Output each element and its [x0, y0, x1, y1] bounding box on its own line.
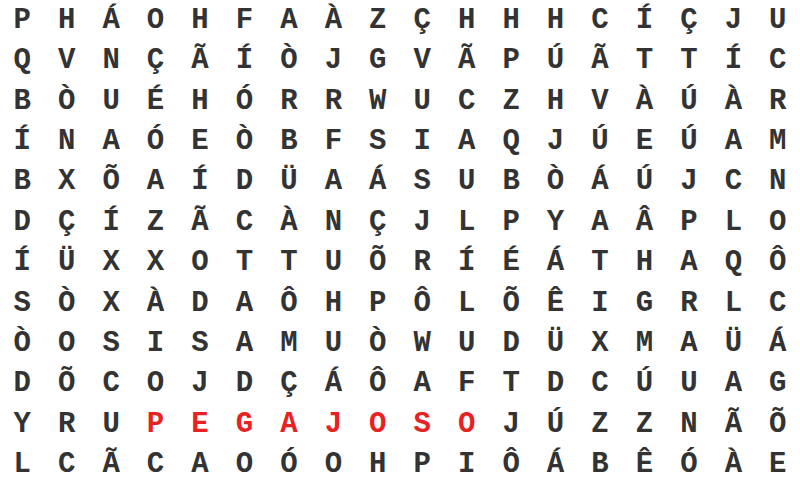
grid-cell[interactable]: Ç	[400, 0, 444, 40]
grid-cell[interactable]: Y	[533, 202, 577, 242]
grid-cell[interactable]: S	[0, 283, 44, 323]
grid-cell[interactable]: Ü	[533, 323, 577, 363]
grid-cell[interactable]: Ç	[44, 202, 88, 242]
grid-cell[interactable]: Ã	[711, 404, 755, 444]
grid-cell[interactable]: I	[400, 121, 444, 161]
grid-cell[interactable]: Ç	[667, 0, 711, 40]
grid-cell[interactable]: S	[178, 323, 222, 363]
grid-cell[interactable]: P	[356, 283, 400, 323]
grid-cell[interactable]: A	[400, 364, 444, 404]
grid-cell[interactable]: D	[489, 323, 533, 363]
grid-cell[interactable]: Õ	[356, 243, 400, 283]
grid-cell[interactable]: X	[44, 162, 88, 202]
grid-cell[interactable]: Ç	[267, 364, 311, 404]
grid-cell[interactable]: R	[667, 283, 711, 323]
grid-cell[interactable]: P	[667, 202, 711, 242]
grid-cell[interactable]: Ò	[222, 121, 266, 161]
grid-cell[interactable]: M	[756, 121, 800, 161]
grid-cell[interactable]: Í	[178, 162, 222, 202]
grid-cell[interactable]: Z	[133, 202, 177, 242]
grid-cell[interactable]: X	[133, 243, 177, 283]
grid-cell[interactable]: Ó	[133, 121, 177, 161]
grid-cell[interactable]: W	[400, 323, 444, 363]
grid-cell[interactable]: L	[444, 283, 488, 323]
grid-cell[interactable]: Õ	[44, 364, 88, 404]
grid-cell[interactable]: A	[89, 121, 133, 161]
grid-cell[interactable]: Á	[311, 364, 355, 404]
grid-cell[interactable]: A	[667, 243, 711, 283]
grid-cell[interactable]: É	[133, 81, 177, 121]
grid-cell[interactable]: T	[222, 243, 266, 283]
grid-cell[interactable]: Q	[0, 40, 44, 80]
grid-cell[interactable]: F	[311, 121, 355, 161]
grid-cell[interactable]: E	[756, 445, 800, 485]
grid-cell[interactable]: G	[356, 40, 400, 80]
grid-cell[interactable]: Ú	[578, 121, 622, 161]
grid-cell[interactable]: L	[711, 202, 755, 242]
grid-cell[interactable]: B	[267, 121, 311, 161]
grid-cell[interactable]: Ú	[622, 364, 666, 404]
grid-cell[interactable]: H	[44, 0, 88, 40]
grid-cell[interactable]: L	[0, 445, 44, 485]
grid-cell[interactable]: C	[711, 162, 755, 202]
grid-cell[interactable]: P	[489, 40, 533, 80]
grid-cell[interactable]: V	[578, 81, 622, 121]
grid-cell[interactable]: Í	[622, 0, 666, 40]
grid-cell[interactable]: Y	[0, 404, 44, 444]
grid-cell[interactable]: Á	[578, 162, 622, 202]
grid-cell[interactable]: Z	[356, 0, 400, 40]
grid-cell[interactable]: A	[133, 162, 177, 202]
grid-cell[interactable]: Ã	[578, 40, 622, 80]
grid-cell[interactable]: Ã	[178, 202, 222, 242]
grid-cell[interactable]: R	[44, 404, 88, 444]
grid-cell[interactable]: Ú	[667, 121, 711, 161]
grid-cell[interactable]: A	[178, 445, 222, 485]
grid-cell[interactable]: Í	[0, 121, 44, 161]
grid-cell[interactable]: I	[444, 445, 488, 485]
grid-cell[interactable]: Ò	[356, 323, 400, 363]
grid-cell[interactable]: Ò	[0, 323, 44, 363]
grid-cell[interactable]: C	[89, 364, 133, 404]
grid-cell[interactable]: A	[711, 121, 755, 161]
grid-cell[interactable]: Â	[622, 202, 666, 242]
grid-cell[interactable]: Ç	[356, 202, 400, 242]
grid-cell[interactable]: O	[44, 323, 88, 363]
grid-cell[interactable]: D	[222, 364, 266, 404]
grid-cell[interactable]: V	[400, 40, 444, 80]
grid-cell[interactable]: O	[756, 202, 800, 242]
grid-cell[interactable]: Õ	[489, 283, 533, 323]
grid-cell[interactable]: N	[756, 162, 800, 202]
grid-cell[interactable]: T	[667, 40, 711, 80]
grid-cell[interactable]: X	[89, 283, 133, 323]
grid-cell[interactable]: Z	[489, 81, 533, 121]
grid-cell[interactable]: Ü	[44, 243, 88, 283]
grid-cell[interactable]: V	[44, 40, 88, 80]
grid-cell[interactable]: R	[267, 81, 311, 121]
grid-cell[interactable]: S	[356, 121, 400, 161]
grid-cell[interactable]: U	[444, 162, 488, 202]
grid-cell[interactable]: É	[489, 243, 533, 283]
grid-cell[interactable]: P	[489, 202, 533, 242]
grid-cell[interactable]: U	[444, 323, 488, 363]
grid-cell[interactable]: S	[400, 162, 444, 202]
grid-cell[interactable]: Ò	[533, 162, 577, 202]
grid-cell[interactable]: T	[622, 40, 666, 80]
grid-cell[interactable]: Q	[489, 121, 533, 161]
grid-cell[interactable]: A	[267, 0, 311, 40]
grid-cell[interactable]: Ã	[89, 445, 133, 485]
grid-cell[interactable]: C	[578, 364, 622, 404]
grid-cell[interactable]: L	[711, 283, 755, 323]
grid-cell[interactable]: J	[489, 404, 533, 444]
grid-cell[interactable]: Í	[222, 40, 266, 80]
grid-cell[interactable]: N	[44, 121, 88, 161]
grid-cell[interactable]: H	[444, 0, 488, 40]
grid-cell[interactable]: H	[356, 445, 400, 485]
grid-cell[interactable]: N	[89, 40, 133, 80]
grid-cell-highlighted[interactable]: G	[222, 404, 266, 444]
grid-cell[interactable]: U	[311, 323, 355, 363]
grid-cell[interactable]: F	[444, 364, 488, 404]
grid-cell[interactable]: Í	[0, 243, 44, 283]
grid-cell-highlighted[interactable]: E	[178, 404, 222, 444]
grid-cell[interactable]: U	[756, 0, 800, 40]
grid-cell[interactable]: J	[178, 364, 222, 404]
grid-cell[interactable]: Á	[756, 323, 800, 363]
grid-cell[interactable]: À	[711, 81, 755, 121]
grid-cell[interactable]: Ó	[667, 445, 711, 485]
grid-cell[interactable]: G	[622, 283, 666, 323]
grid-cell[interactable]: O	[133, 364, 177, 404]
grid-cell[interactable]: C	[756, 40, 800, 80]
grid-cell[interactable]: C	[133, 445, 177, 485]
grid-cell[interactable]: Ú	[533, 404, 577, 444]
grid-cell[interactable]: Q	[711, 243, 755, 283]
grid-cell[interactable]: Õ	[756, 404, 800, 444]
grid-cell[interactable]: J	[311, 40, 355, 80]
grid-cell[interactable]: O	[178, 243, 222, 283]
grid-cell[interactable]: E	[622, 121, 666, 161]
grid-cell[interactable]: D	[0, 364, 44, 404]
grid-cell[interactable]: E	[178, 121, 222, 161]
grid-cell[interactable]: Ú	[622, 162, 666, 202]
grid-cell[interactable]: J	[711, 0, 755, 40]
grid-cell[interactable]: H	[622, 243, 666, 283]
grid-cell-highlighted[interactable]: S	[400, 404, 444, 444]
grid-cell[interactable]: A	[222, 323, 266, 363]
grid-cell[interactable]: C	[44, 445, 88, 485]
grid-cell[interactable]: Ô	[756, 243, 800, 283]
grid-cell[interactable]: T	[489, 364, 533, 404]
grid-cell[interactable]: C	[578, 0, 622, 40]
grid-cell[interactable]: J	[667, 162, 711, 202]
grid-cell[interactable]: D	[533, 364, 577, 404]
grid-cell[interactable]: I	[133, 323, 177, 363]
grid-cell[interactable]: C	[756, 283, 800, 323]
grid-cell[interactable]: H	[178, 81, 222, 121]
grid-cell[interactable]: A	[444, 121, 488, 161]
grid-cell[interactable]: U	[667, 364, 711, 404]
grid-cell[interactable]: F	[222, 0, 266, 40]
grid-cell[interactable]: Õ	[89, 162, 133, 202]
grid-cell[interactable]: M	[267, 323, 311, 363]
grid-cell[interactable]: N	[667, 404, 711, 444]
grid-cell[interactable]: Í	[711, 40, 755, 80]
grid-cell[interactable]: H	[178, 0, 222, 40]
grid-cell[interactable]: J	[533, 121, 577, 161]
grid-cell[interactable]: O	[133, 0, 177, 40]
grid-cell[interactable]: S	[89, 323, 133, 363]
grid-cell[interactable]: U	[400, 81, 444, 121]
grid-cell[interactable]: À	[267, 202, 311, 242]
grid-cell[interactable]: D	[222, 162, 266, 202]
grid-cell[interactable]: Í	[89, 202, 133, 242]
grid-cell[interactable]: Ã	[444, 40, 488, 80]
grid-cell[interactable]: Á	[533, 445, 577, 485]
grid-cell-highlighted[interactable]: A	[267, 404, 311, 444]
grid-cell[interactable]: B	[489, 162, 533, 202]
grid-cell[interactable]: I	[578, 283, 622, 323]
grid-cell[interactable]: R	[400, 243, 444, 283]
grid-cell[interactable]: H	[489, 0, 533, 40]
grid-cell[interactable]: O	[222, 445, 266, 485]
grid-cell[interactable]: R	[311, 81, 355, 121]
grid-cell[interactable]: Ú	[667, 81, 711, 121]
grid-cell[interactable]: N	[311, 202, 355, 242]
grid-cell[interactable]: Ç	[133, 40, 177, 80]
grid-cell[interactable]: Ò	[267, 40, 311, 80]
grid-cell[interactable]: U	[311, 243, 355, 283]
grid-cell[interactable]: R	[756, 81, 800, 121]
grid-cell[interactable]: H	[311, 283, 355, 323]
grid-cell[interactable]: À	[622, 81, 666, 121]
grid-cell[interactable]: U	[89, 404, 133, 444]
grid-cell-highlighted[interactable]: O	[444, 404, 488, 444]
grid-cell[interactable]: T	[267, 243, 311, 283]
word-search-grid: PHÁOHFAÀZÇHHHCÍÇJUQVNÇÃÍÒJGVÃPÚÃTTÍCBÒUÉ…	[0, 0, 800, 485]
grid-cell[interactable]: C	[222, 202, 266, 242]
grid-cell[interactable]: O	[311, 445, 355, 485]
grid-cell-highlighted[interactable]: O	[356, 404, 400, 444]
grid-cell[interactable]: Ü	[711, 323, 755, 363]
grid-cell[interactable]: X	[578, 323, 622, 363]
grid-cell[interactable]: G	[756, 364, 800, 404]
grid-cell[interactable]: M	[622, 323, 666, 363]
grid-cell[interactable]: A	[711, 364, 755, 404]
grid-cell[interactable]: J	[400, 202, 444, 242]
grid-cell[interactable]: H	[533, 0, 577, 40]
grid-cell[interactable]: À	[311, 0, 355, 40]
grid-cell[interactable]: A	[667, 323, 711, 363]
grid-cell[interactable]: W	[356, 81, 400, 121]
grid-cell[interactable]: B	[578, 445, 622, 485]
grid-cell[interactable]: À	[133, 283, 177, 323]
grid-cell-highlighted[interactable]: P	[133, 404, 177, 444]
grid-cell[interactable]: À	[711, 445, 755, 485]
grid-cell[interactable]: Ô	[489, 445, 533, 485]
grid-cell[interactable]: Ò	[44, 283, 88, 323]
grid-cell[interactable]: Ã	[178, 40, 222, 80]
grid-cell[interactable]: Ê	[533, 283, 577, 323]
grid-cell[interactable]: Ò	[44, 81, 88, 121]
grid-cell[interactable]: Ú	[533, 40, 577, 80]
word-search-puzzle: PHÁOHFAÀZÇHHHCÍÇJUQVNÇÃÍÒJGVÃPÚÃTTÍCBÒUÉ…	[0, 0, 800, 485]
grid-cell[interactable]: H	[533, 81, 577, 121]
grid-cell[interactable]: Ê	[622, 445, 666, 485]
grid-cell[interactable]: Ó	[222, 81, 266, 121]
grid-cell[interactable]: D	[0, 202, 44, 242]
grid-cell[interactable]: D	[178, 283, 222, 323]
grid-cell[interactable]: A	[311, 162, 355, 202]
grid-cell[interactable]: Ô	[356, 364, 400, 404]
grid-cell[interactable]: X	[89, 243, 133, 283]
grid-cell[interactable]: Ô	[400, 283, 444, 323]
grid-cell-highlighted[interactable]: J	[311, 404, 355, 444]
grid-cell[interactable]: P	[400, 445, 444, 485]
grid-cell[interactable]: U	[89, 81, 133, 121]
grid-cell[interactable]: Z	[622, 404, 666, 444]
grid-cell[interactable]: A	[222, 283, 266, 323]
grid-cell[interactable]: L	[444, 202, 488, 242]
grid-cell[interactable]: C	[444, 81, 488, 121]
grid-cell[interactable]: Á	[89, 0, 133, 40]
grid-cell[interactable]: Á	[533, 243, 577, 283]
grid-cell[interactable]: B	[0, 162, 44, 202]
grid-cell[interactable]: Ü	[267, 162, 311, 202]
grid-cell[interactable]: Í	[444, 243, 488, 283]
grid-cell[interactable]: T	[578, 243, 622, 283]
grid-cell[interactable]: Ô	[267, 283, 311, 323]
grid-cell[interactable]: Z	[578, 404, 622, 444]
grid-cell[interactable]: Á	[356, 162, 400, 202]
grid-cell[interactable]: B	[0, 81, 44, 121]
grid-cell[interactable]: A	[578, 202, 622, 242]
grid-cell[interactable]: P	[0, 0, 44, 40]
grid-cell[interactable]: Ó	[267, 445, 311, 485]
